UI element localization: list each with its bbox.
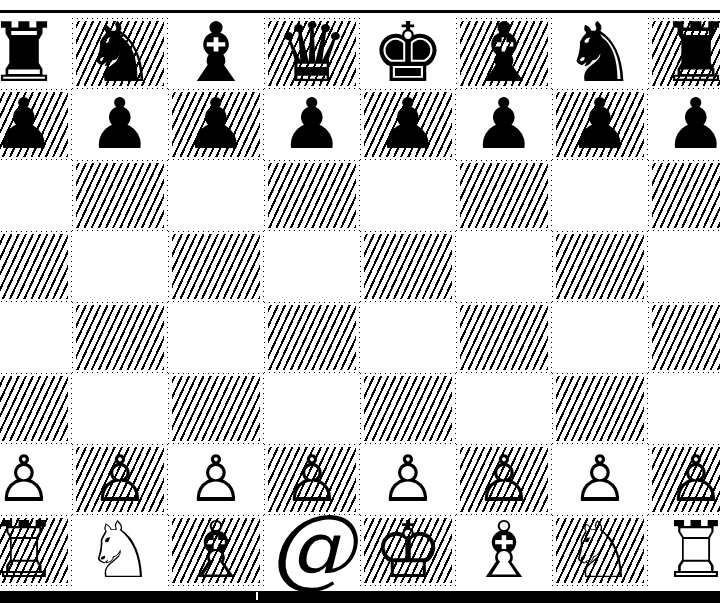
square-d5[interactable] — [264, 231, 360, 302]
piece-white-knight: ♘ — [85, 511, 155, 589]
square-h7[interactable]: ♟ — [648, 89, 720, 160]
piece-white-pawn: ♙ — [187, 447, 244, 511]
square-e1[interactable]: ♔ — [360, 515, 456, 586]
square-f4[interactable] — [456, 302, 552, 373]
square-a4[interactable] — [0, 302, 72, 373]
square-h4[interactable] — [648, 302, 720, 373]
square-c3[interactable] — [168, 373, 264, 444]
square-d8[interactable]: ♛ — [264, 18, 360, 89]
piece-black-rook: ♜ — [659, 12, 720, 94]
square-b7[interactable]: ♟ — [72, 89, 168, 160]
square-a8[interactable]: ♜ — [0, 18, 72, 89]
square-c5[interactable] — [168, 231, 264, 302]
square-g8[interactable]: ♞ — [552, 18, 648, 89]
chess-app-window: ♜♞♝♛♚♝♞♜♟♟♟♟♟♟♟♟♙♙♙♙♙♙♙♙♖♘♗@♔♗♘♖ — [0, 0, 720, 603]
piece-white-king: ♔ — [373, 511, 443, 589]
square-g1[interactable]: ♘ — [552, 515, 648, 586]
piece-white-pawn: ♙ — [379, 447, 436, 511]
square-b5[interactable] — [72, 231, 168, 302]
square-f1[interactable]: ♗ — [456, 515, 552, 586]
square-a5[interactable] — [0, 231, 72, 302]
piece-black-queen: ♛ — [275, 12, 349, 94]
square-h1[interactable]: ♖ — [648, 515, 720, 586]
piece-black-king: ♚ — [371, 12, 445, 94]
piece-at-symbol: @ — [268, 503, 356, 591]
piece-black-pawn: ♟ — [89, 89, 152, 159]
piece-black-pawn: ♟ — [569, 89, 632, 159]
square-f7[interactable]: ♟ — [456, 89, 552, 160]
square-d1[interactable]: @ — [264, 515, 360, 586]
square-c8[interactable]: ♝ — [168, 18, 264, 89]
piece-white-bishop: ♗ — [469, 511, 539, 589]
piece-white-pawn: ♙ — [475, 447, 532, 511]
piece-black-rook: ♜ — [0, 12, 61, 94]
piece-white-rook: ♖ — [661, 511, 720, 589]
square-f8[interactable]: ♝ — [456, 18, 552, 89]
piece-black-bishop: ♝ — [179, 12, 253, 94]
square-h8[interactable]: ♜ — [648, 18, 720, 89]
piece-white-bishop: ♗ — [181, 511, 251, 589]
square-a1[interactable]: ♖ — [0, 515, 72, 586]
piece-black-knight: ♞ — [83, 12, 157, 94]
square-d3[interactable] — [264, 373, 360, 444]
square-c1[interactable]: ♗ — [168, 515, 264, 586]
piece-black-pawn: ♟ — [0, 89, 55, 159]
square-c4[interactable] — [168, 302, 264, 373]
piece-black-pawn: ♟ — [377, 89, 440, 159]
square-g6[interactable] — [552, 160, 648, 231]
square-e3[interactable] — [360, 373, 456, 444]
square-c7[interactable]: ♟ — [168, 89, 264, 160]
square-e5[interactable] — [360, 231, 456, 302]
square-g7[interactable]: ♟ — [552, 89, 648, 160]
piece-white-rook: ♖ — [0, 511, 59, 589]
square-b4[interactable] — [72, 302, 168, 373]
square-h3[interactable] — [648, 373, 720, 444]
piece-black-pawn: ♟ — [473, 89, 536, 159]
bottom-window-bar — [0, 591, 720, 603]
square-b8[interactable]: ♞ — [72, 18, 168, 89]
square-e8[interactable]: ♚ — [360, 18, 456, 89]
square-f5[interactable] — [456, 231, 552, 302]
square-g5[interactable] — [552, 231, 648, 302]
square-a7[interactable]: ♟ — [0, 89, 72, 160]
piece-white-knight: ♘ — [565, 511, 635, 589]
square-h5[interactable] — [648, 231, 720, 302]
square-d6[interactable] — [264, 160, 360, 231]
square-e7[interactable]: ♟ — [360, 89, 456, 160]
piece-black-bishop: ♝ — [467, 12, 541, 94]
piece-black-pawn: ♟ — [185, 89, 248, 159]
square-f6[interactable] — [456, 160, 552, 231]
square-c6[interactable] — [168, 160, 264, 231]
square-f3[interactable] — [456, 373, 552, 444]
square-b3[interactable] — [72, 373, 168, 444]
piece-white-pawn: ♙ — [667, 447, 720, 511]
piece-black-pawn: ♟ — [281, 89, 344, 159]
piece-black-knight: ♞ — [563, 12, 637, 94]
square-b1[interactable]: ♘ — [72, 515, 168, 586]
square-b6[interactable] — [72, 160, 168, 231]
square-e4[interactable] — [360, 302, 456, 373]
square-g4[interactable] — [552, 302, 648, 373]
square-a6[interactable] — [0, 160, 72, 231]
square-h6[interactable] — [648, 160, 720, 231]
piece-white-pawn: ♙ — [91, 447, 148, 511]
cursor-tick — [256, 592, 258, 600]
square-g3[interactable] — [552, 373, 648, 444]
piece-white-pawn: ♙ — [571, 447, 628, 511]
piece-black-pawn: ♟ — [665, 89, 720, 159]
square-e6[interactable] — [360, 160, 456, 231]
piece-white-pawn: ♙ — [0, 447, 53, 511]
square-d4[interactable] — [264, 302, 360, 373]
chess-board: ♜♞♝♛♚♝♞♜♟♟♟♟♟♟♟♟♙♙♙♙♙♙♙♙♖♘♗@♔♗♘♖ — [0, 18, 720, 586]
square-a3[interactable] — [0, 373, 72, 444]
square-d7[interactable]: ♟ — [264, 89, 360, 160]
